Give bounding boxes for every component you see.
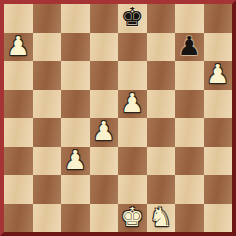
square-g7[interactable]: ♟ [175, 33, 204, 62]
square-g5[interactable] [175, 90, 204, 119]
square-f8[interactable] [147, 4, 176, 33]
square-f6[interactable] [147, 61, 176, 90]
square-h2[interactable] [204, 175, 233, 204]
square-c1[interactable] [61, 204, 90, 233]
square-g6[interactable] [175, 61, 204, 90]
square-e3[interactable] [118, 147, 147, 176]
square-c2[interactable] [61, 175, 90, 204]
square-b2[interactable] [33, 175, 62, 204]
square-c7[interactable] [61, 33, 90, 62]
white-knight-f1[interactable]: ♞ [149, 204, 172, 230]
white-pawn-h6[interactable]: ♟ [206, 61, 229, 87]
square-f7[interactable] [147, 33, 176, 62]
white-pawn-a7[interactable]: ♟ [7, 33, 30, 59]
square-d6[interactable] [90, 61, 119, 90]
square-c4[interactable] [61, 118, 90, 147]
square-f1[interactable]: ♞ [147, 204, 176, 233]
square-b1[interactable] [33, 204, 62, 233]
square-h8[interactable] [204, 4, 233, 33]
square-e1[interactable]: ♚ [118, 204, 147, 233]
square-g2[interactable] [175, 175, 204, 204]
square-d3[interactable] [90, 147, 119, 176]
square-a1[interactable] [4, 204, 33, 233]
square-b5[interactable] [33, 90, 62, 119]
square-a2[interactable] [4, 175, 33, 204]
square-g3[interactable] [175, 147, 204, 176]
square-b3[interactable] [33, 147, 62, 176]
square-c3[interactable]: ♟ [61, 147, 90, 176]
square-h5[interactable] [204, 90, 233, 119]
square-a7[interactable]: ♟ [4, 33, 33, 62]
square-d8[interactable] [90, 4, 119, 33]
square-e8[interactable]: ♚ [118, 4, 147, 33]
square-d7[interactable] [90, 33, 119, 62]
square-f3[interactable] [147, 147, 176, 176]
square-g8[interactable] [175, 4, 204, 33]
square-d2[interactable] [90, 175, 119, 204]
square-h7[interactable] [204, 33, 233, 62]
square-b6[interactable] [33, 61, 62, 90]
square-a8[interactable] [4, 4, 33, 33]
square-a5[interactable] [4, 90, 33, 119]
square-h3[interactable] [204, 147, 233, 176]
square-a4[interactable] [4, 118, 33, 147]
square-a3[interactable] [4, 147, 33, 176]
square-e4[interactable] [118, 118, 147, 147]
square-f5[interactable] [147, 90, 176, 119]
white-pawn-e5[interactable]: ♟ [121, 90, 144, 116]
square-c6[interactable] [61, 61, 90, 90]
black-king-e8[interactable]: ♚ [121, 4, 144, 30]
white-pawn-d4[interactable]: ♟ [92, 118, 115, 144]
square-h4[interactable] [204, 118, 233, 147]
square-e2[interactable] [118, 175, 147, 204]
square-g1[interactable] [175, 204, 204, 233]
square-e6[interactable] [118, 61, 147, 90]
black-pawn-g7[interactable]: ♟ [178, 33, 201, 59]
square-e5[interactable]: ♟ [118, 90, 147, 119]
square-c5[interactable] [61, 90, 90, 119]
square-b8[interactable] [33, 4, 62, 33]
square-b4[interactable] [33, 118, 62, 147]
square-d1[interactable] [90, 204, 119, 233]
square-b7[interactable] [33, 33, 62, 62]
square-f2[interactable] [147, 175, 176, 204]
square-d4[interactable]: ♟ [90, 118, 119, 147]
chess-board-frame: ♚♟♟♟♟♟♟♚♞ [0, 0, 236, 236]
square-h1[interactable] [204, 204, 233, 233]
chess-board: ♚♟♟♟♟♟♟♚♞ [4, 4, 232, 232]
square-g4[interactable] [175, 118, 204, 147]
white-pawn-c3[interactable]: ♟ [64, 147, 87, 173]
square-f4[interactable] [147, 118, 176, 147]
square-h6[interactable]: ♟ [204, 61, 233, 90]
white-king-e1[interactable]: ♚ [121, 204, 144, 230]
square-c8[interactable] [61, 4, 90, 33]
square-e7[interactable] [118, 33, 147, 62]
square-d5[interactable] [90, 90, 119, 119]
square-a6[interactable] [4, 61, 33, 90]
